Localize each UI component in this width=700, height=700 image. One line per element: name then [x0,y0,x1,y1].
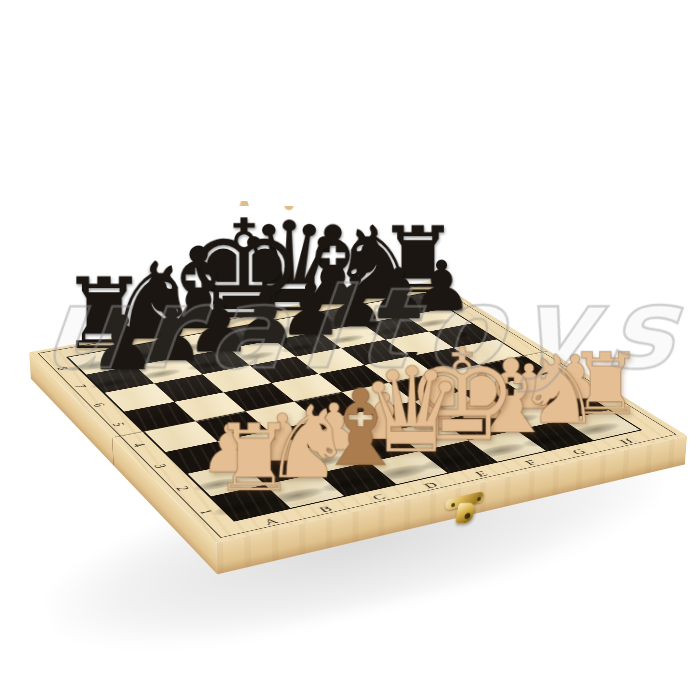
clasp-screw [451,503,455,508]
piece-finial [239,191,248,206]
piece-white-rook-a1[interactable]: ♜ [163,412,344,505]
product-photo: ABCDEFGH12345678♜♞♝♚♛♝♞♜♟♟♟♟♟♟♟♟♟♟♟♟♟♟♟♟… [0,0,700,700]
piece-black-pawn-a7[interactable]: ♟ [43,306,201,381]
clasp-hasp [455,503,476,524]
clasp-screw [477,497,481,502]
piece-finial [456,320,467,337]
piece-finial [406,347,417,358]
